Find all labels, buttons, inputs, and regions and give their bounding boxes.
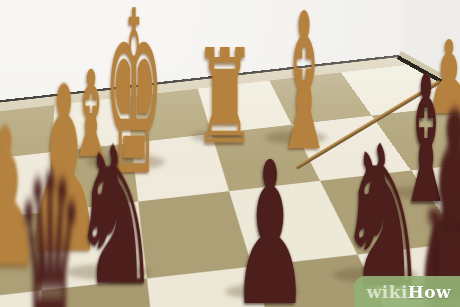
- board-square: [47, 143, 138, 212]
- watermark-wiki-text: wiki: [367, 282, 408, 302]
- watermark-how-text: How: [408, 282, 451, 302]
- board-square: [42, 202, 147, 291]
- board-grid: [0, 64, 460, 307]
- board-square: [0, 212, 47, 303]
- wikihow-watermark: wikiHow: [354, 276, 460, 307]
- chess-photo: ♟♜♝♝♚♝♟♟♞♞♟♟♜♛ wikiHow: [0, 0, 460, 307]
